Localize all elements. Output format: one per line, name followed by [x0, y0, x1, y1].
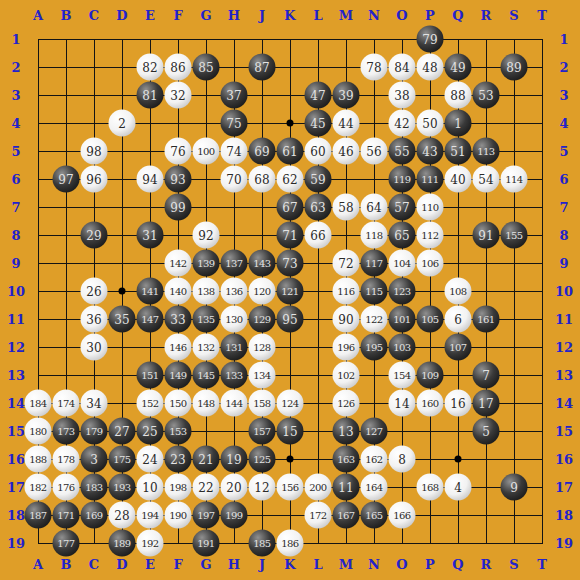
white-stone-label: 24 — [142, 453, 157, 465]
black-stone-label: 65 — [394, 229, 409, 241]
white-stone-label: 184 — [29, 398, 46, 408]
black-stone: 69 — [249, 138, 276, 165]
white-stone: 12 — [249, 474, 276, 501]
black-stone: 165 — [361, 502, 388, 529]
column-label-top: E — [145, 9, 155, 22]
white-stone-label: 142 — [169, 258, 186, 268]
white-stone: 104 — [389, 250, 416, 277]
white-stone-label: 190 — [169, 510, 186, 520]
white-stone: 20 — [221, 474, 248, 501]
row-label-right: 4 — [559, 117, 568, 130]
white-stone: 176 — [53, 474, 80, 501]
white-stone: 136 — [221, 278, 248, 305]
black-stone: 117 — [361, 250, 388, 277]
black-stone-label: 185 — [253, 538, 270, 548]
black-stone-label: 141 — [141, 286, 158, 296]
white-stone-label: 16 — [450, 397, 465, 409]
white-stone-label: 34 — [86, 397, 101, 409]
white-stone-label: 32 — [170, 89, 185, 101]
white-stone-label: 158 — [253, 398, 270, 408]
white-stone: 182 — [25, 474, 52, 501]
white-stone-label: 72 — [338, 257, 353, 269]
column-label-top: Q — [452, 9, 463, 22]
black-stone: 137 — [221, 250, 248, 277]
white-stone-label: 188 — [29, 454, 46, 464]
row-label-left: 4 — [11, 117, 20, 130]
black-stone: 161 — [473, 306, 500, 333]
column-label-bottom: P — [425, 558, 435, 571]
black-stone: 133 — [221, 362, 248, 389]
black-stone: 195 — [361, 334, 388, 361]
black-stone: 171 — [53, 502, 80, 529]
white-stone-label: 124 — [281, 398, 298, 408]
white-stone-label: 78 — [366, 61, 381, 73]
black-stone: 149 — [165, 362, 192, 389]
black-stone-label: 33 — [170, 313, 185, 325]
black-stone-label: 93 — [170, 173, 185, 185]
column-label-bottom: N — [368, 558, 380, 571]
white-stone-label: 114 — [505, 174, 522, 184]
white-stone: 16 — [445, 390, 472, 417]
black-stone-label: 177 — [57, 538, 74, 548]
black-stone: 103 — [389, 334, 416, 361]
black-stone: 129 — [249, 306, 276, 333]
black-stone: 179 — [81, 418, 108, 445]
white-stone-label: 186 — [281, 538, 298, 548]
white-stone: 2 — [109, 110, 136, 137]
white-stone: 122 — [361, 306, 388, 333]
black-stone: 67 — [277, 194, 304, 221]
black-stone-label: 51 — [450, 145, 465, 157]
white-stone-label: 180 — [29, 426, 46, 436]
white-stone: 68 — [249, 166, 276, 193]
white-stone-label: 20 — [226, 481, 241, 493]
black-stone-label: 105 — [421, 314, 438, 324]
black-stone: 169 — [81, 502, 108, 529]
black-stone: 157 — [249, 418, 276, 445]
black-stone-label: 173 — [57, 426, 74, 436]
white-stone-label: 122 — [365, 314, 382, 324]
column-label-top: B — [61, 9, 72, 22]
black-stone-label: 111 — [421, 174, 438, 184]
white-stone: 138 — [193, 278, 220, 305]
black-stone-label: 63 — [310, 201, 325, 213]
white-stone-label: 26 — [86, 285, 101, 297]
white-stone-label: 96 — [86, 173, 101, 185]
row-label-right: 12 — [555, 341, 573, 354]
white-stone-label: 108 — [449, 286, 466, 296]
row-label-left: 11 — [7, 313, 25, 326]
black-stone-label: 1 — [454, 117, 462, 129]
black-stone-label: 103 — [393, 342, 410, 352]
black-stone: 63 — [305, 194, 332, 221]
white-stone-label: 182 — [29, 482, 46, 492]
column-label-bottom: E — [145, 558, 155, 571]
black-stone-label: 95 — [282, 313, 297, 325]
column-label-bottom: B — [61, 558, 72, 571]
row-label-left: 6 — [11, 173, 20, 186]
black-stone: 21 — [193, 446, 220, 473]
black-stone: 25 — [137, 418, 164, 445]
black-stone: 1 — [445, 110, 472, 137]
grid-line-v — [486, 39, 487, 544]
column-label-bottom: O — [396, 558, 407, 571]
row-label-right: 6 — [559, 173, 568, 186]
black-stone-label: 119 — [393, 174, 410, 184]
black-stone: 27 — [109, 418, 136, 445]
white-stone: 126 — [333, 390, 360, 417]
white-stone-label: 112 — [421, 230, 438, 240]
black-stone: 47 — [305, 82, 332, 109]
star-point — [287, 120, 294, 127]
white-stone-label: 192 — [141, 538, 158, 548]
white-stone: 58 — [333, 194, 360, 221]
black-stone: 9 — [501, 474, 528, 501]
white-stone: 22 — [193, 474, 220, 501]
black-stone-label: 113 — [477, 146, 494, 156]
black-stone: 35 — [109, 306, 136, 333]
row-label-left: 16 — [7, 453, 25, 466]
black-stone: 107 — [445, 334, 472, 361]
white-stone-label: 44 — [338, 117, 353, 129]
black-stone-label: 161 — [477, 314, 494, 324]
white-stone: 100 — [193, 138, 220, 165]
column-label-bottom: L — [313, 558, 322, 571]
black-stone-label: 101 — [393, 314, 410, 324]
star-point — [287, 456, 294, 463]
black-stone: 111 — [417, 166, 444, 193]
black-stone-label: 75 — [226, 117, 241, 129]
column-label-top: R — [481, 9, 492, 22]
black-stone-label: 137 — [225, 258, 242, 268]
white-stone-label: 152 — [141, 398, 158, 408]
white-stone-label: 132 — [197, 342, 214, 352]
white-stone: 6 — [445, 306, 472, 333]
grid-line-v — [542, 39, 543, 544]
white-stone-label: 160 — [421, 398, 438, 408]
black-stone: 121 — [277, 278, 304, 305]
white-stone: 110 — [417, 194, 444, 221]
black-stone-label: 187 — [29, 510, 46, 520]
white-stone: 180 — [25, 418, 52, 445]
black-stone-label: 191 — [197, 538, 214, 548]
star-point — [455, 456, 462, 463]
column-label-bottom: T — [537, 558, 547, 571]
white-stone: 36 — [81, 306, 108, 333]
white-stone: 164 — [361, 474, 388, 501]
white-stone-label: 154 — [393, 370, 410, 380]
white-stone-label: 104 — [393, 258, 410, 268]
black-stone-label: 61 — [282, 145, 297, 157]
white-stone: 30 — [81, 334, 108, 361]
black-stone: 131 — [221, 334, 248, 361]
white-stone: 144 — [221, 390, 248, 417]
white-stone: 140 — [165, 278, 192, 305]
row-label-left: 10 — [7, 285, 25, 298]
white-stone: 98 — [81, 138, 108, 165]
white-stone: 112 — [417, 222, 444, 249]
black-stone-label: 71 — [282, 229, 297, 241]
row-label-left: 8 — [11, 229, 20, 242]
black-stone: 199 — [221, 502, 248, 529]
white-stone: 26 — [81, 278, 108, 305]
black-stone: 105 — [417, 306, 444, 333]
black-stone: 65 — [389, 222, 416, 249]
white-stone: 154 — [389, 362, 416, 389]
black-stone: 127 — [361, 418, 388, 445]
white-stone: 24 — [137, 446, 164, 473]
black-stone-label: 25 — [142, 425, 157, 437]
black-stone-label: 35 — [114, 313, 129, 325]
white-stone-label: 64 — [366, 201, 381, 213]
column-label-bottom: A — [33, 558, 43, 571]
column-label-top: M — [339, 9, 353, 22]
column-label-bottom: C — [89, 558, 99, 571]
white-stone-label: 118 — [365, 230, 382, 240]
white-stone: 166 — [389, 502, 416, 529]
white-stone-label: 48 — [422, 61, 437, 73]
column-label-bottom: K — [284, 558, 295, 571]
black-stone: 99 — [165, 194, 192, 221]
white-stone-label: 6 — [454, 313, 462, 325]
white-stone: 146 — [165, 334, 192, 361]
black-stone-label: 153 — [169, 426, 186, 436]
white-stone-label: 136 — [225, 286, 242, 296]
black-stone-label: 195 — [365, 342, 382, 352]
black-stone-label: 5 — [482, 425, 490, 437]
row-label-left: 15 — [7, 425, 25, 438]
row-label-left: 13 — [7, 369, 25, 382]
black-stone-label: 189 — [113, 538, 130, 548]
column-label-top: O — [396, 9, 407, 22]
black-stone: 125 — [249, 446, 276, 473]
black-stone: 143 — [249, 250, 276, 277]
grid-line-v — [514, 39, 515, 544]
black-stone-label: 129 — [253, 314, 270, 324]
white-stone: 178 — [53, 446, 80, 473]
white-stone: 158 — [249, 390, 276, 417]
white-stone-label: 130 — [225, 314, 242, 324]
black-stone-label: 121 — [281, 286, 298, 296]
black-stone-label: 85 — [198, 61, 213, 73]
black-stone: 151 — [137, 362, 164, 389]
white-stone: 42 — [389, 110, 416, 137]
white-stone-label: 88 — [450, 89, 465, 101]
black-stone: 17 — [473, 390, 500, 417]
white-stone: 156 — [277, 474, 304, 501]
black-stone: 89 — [501, 54, 528, 81]
white-stone: 192 — [137, 530, 164, 557]
black-stone-label: 47 — [310, 89, 325, 101]
row-label-left: 7 — [11, 201, 20, 214]
white-stone: 40 — [445, 166, 472, 193]
white-stone: 44 — [333, 110, 360, 137]
black-stone-label: 59 — [310, 173, 325, 185]
black-stone-label: 53 — [478, 89, 493, 101]
black-stone: 75 — [221, 110, 248, 137]
black-stone: 3 — [81, 446, 108, 473]
row-label-left: 3 — [11, 89, 20, 102]
white-stone-label: 60 — [310, 145, 325, 157]
black-stone: 57 — [389, 194, 416, 221]
black-stone-label: 23 — [170, 453, 185, 465]
white-stone: 90 — [333, 306, 360, 333]
white-stone-label: 66 — [310, 229, 325, 241]
row-label-left: 9 — [11, 257, 20, 270]
white-stone-label: 100 — [197, 146, 214, 156]
white-stone-label: 102 — [337, 370, 354, 380]
row-label-left: 17 — [7, 481, 25, 494]
black-stone-label: 179 — [85, 426, 102, 436]
black-stone-label: 167 — [337, 510, 354, 520]
white-stone: 34 — [81, 390, 108, 417]
black-stone-label: 37 — [226, 89, 241, 101]
column-label-top: G — [200, 9, 211, 22]
white-stone: 132 — [193, 334, 220, 361]
white-stone: 188 — [25, 446, 52, 473]
black-stone-label: 9 — [510, 481, 518, 493]
white-stone-label: 138 — [197, 286, 214, 296]
column-label-bottom: Q — [452, 558, 463, 571]
black-stone: 53 — [473, 82, 500, 109]
white-stone: 128 — [249, 334, 276, 361]
black-stone-label: 73 — [282, 257, 297, 269]
white-stone-label: 178 — [57, 454, 74, 464]
white-stone-label: 98 — [86, 145, 101, 157]
white-stone-label: 8 — [398, 453, 406, 465]
white-stone-label: 10 — [142, 481, 157, 493]
row-label-left: 18 — [7, 509, 25, 522]
black-stone-label: 3 — [90, 453, 98, 465]
white-stone: 196 — [333, 334, 360, 361]
white-stone: 46 — [333, 138, 360, 165]
white-stone-label: 82 — [142, 61, 157, 73]
white-stone-label: 62 — [282, 173, 297, 185]
column-label-top: N — [368, 9, 380, 22]
black-stone: 167 — [333, 502, 360, 529]
row-label-right: 11 — [555, 313, 573, 326]
black-stone: 147 — [137, 306, 164, 333]
white-stone-label: 94 — [142, 173, 157, 185]
column-label-bottom: S — [509, 558, 518, 571]
white-stone: 8 — [389, 446, 416, 473]
black-stone: 87 — [249, 54, 276, 81]
white-stone-label: 126 — [337, 398, 354, 408]
white-stone: 124 — [277, 390, 304, 417]
black-stone: 197 — [193, 502, 220, 529]
white-stone-label: 38 — [394, 89, 409, 101]
black-stone-label: 91 — [478, 229, 493, 241]
white-stone-label: 128 — [253, 342, 270, 352]
white-stone: 48 — [417, 54, 444, 81]
black-stone-label: 123 — [393, 286, 410, 296]
white-stone-label: 168 — [421, 482, 438, 492]
white-stone: 148 — [193, 390, 220, 417]
white-stone: 168 — [417, 474, 444, 501]
row-label-right: 10 — [555, 285, 573, 298]
white-stone: 174 — [53, 390, 80, 417]
white-stone-label: 162 — [365, 454, 382, 464]
black-stone: 93 — [165, 166, 192, 193]
black-stone-label: 199 — [225, 510, 242, 520]
go-board[interactable]: AA11BB22CC33DD44EE55FF66GG77HH88JJ99KK10… — [0, 0, 580, 580]
row-label-right: 18 — [555, 509, 573, 522]
black-stone: 153 — [165, 418, 192, 445]
white-stone-label: 92 — [198, 229, 213, 241]
white-stone-label: 90 — [338, 313, 353, 325]
black-stone-label: 81 — [142, 89, 157, 101]
column-label-top: J — [259, 9, 265, 22]
row-label-left: 12 — [7, 341, 25, 354]
white-stone: 106 — [417, 250, 444, 277]
black-stone-label: 165 — [365, 510, 382, 520]
white-stone: 60 — [305, 138, 332, 165]
column-label-bottom: F — [173, 558, 182, 571]
white-stone-label: 150 — [169, 398, 186, 408]
white-stone: 130 — [221, 306, 248, 333]
black-stone-label: 43 — [422, 145, 437, 157]
row-label-right: 9 — [559, 257, 568, 270]
black-stone: 49 — [445, 54, 472, 81]
black-stone-label: 31 — [142, 229, 157, 241]
black-stone: 123 — [389, 278, 416, 305]
black-stone: 101 — [389, 306, 416, 333]
black-stone-label: 157 — [253, 426, 270, 436]
white-stone-label: 86 — [170, 61, 185, 73]
white-stone-label: 110 — [421, 202, 438, 212]
white-stone: 50 — [417, 110, 444, 137]
black-stone-label: 29 — [86, 229, 101, 241]
black-stone: 135 — [193, 306, 220, 333]
black-stone: 11 — [333, 474, 360, 501]
white-stone-label: 42 — [394, 117, 409, 129]
row-label-left: 14 — [7, 397, 25, 410]
white-stone: 28 — [109, 502, 136, 529]
column-label-bottom: D — [116, 558, 127, 571]
white-stone: 108 — [445, 278, 472, 305]
black-stone: 173 — [53, 418, 80, 445]
white-stone-label: 176 — [57, 482, 74, 492]
black-stone: 55 — [389, 138, 416, 165]
black-stone: 191 — [193, 530, 220, 557]
black-stone: 139 — [193, 250, 220, 277]
white-stone: 186 — [277, 530, 304, 557]
white-stone: 64 — [361, 194, 388, 221]
black-stone-label: 117 — [365, 258, 382, 268]
white-stone-label: 58 — [338, 201, 353, 213]
white-stone-label: 14 — [394, 397, 409, 409]
white-stone: 86 — [165, 54, 192, 81]
black-stone-label: 175 — [113, 454, 130, 464]
white-stone: 94 — [137, 166, 164, 193]
black-stone: 183 — [81, 474, 108, 501]
white-stone-label: 198 — [169, 482, 186, 492]
row-label-right: 2 — [559, 61, 568, 74]
white-stone: 172 — [305, 502, 332, 529]
white-stone: 72 — [333, 250, 360, 277]
black-stone: 59 — [305, 166, 332, 193]
white-stone-label: 196 — [337, 342, 354, 352]
white-stone: 70 — [221, 166, 248, 193]
white-stone: 184 — [25, 390, 52, 417]
column-label-top: L — [313, 9, 322, 22]
white-stone: 10 — [137, 474, 164, 501]
white-stone: 14 — [389, 390, 416, 417]
black-stone: 33 — [165, 306, 192, 333]
white-stone: 198 — [165, 474, 192, 501]
white-stone-label: 166 — [393, 510, 410, 520]
white-stone: 162 — [361, 446, 388, 473]
